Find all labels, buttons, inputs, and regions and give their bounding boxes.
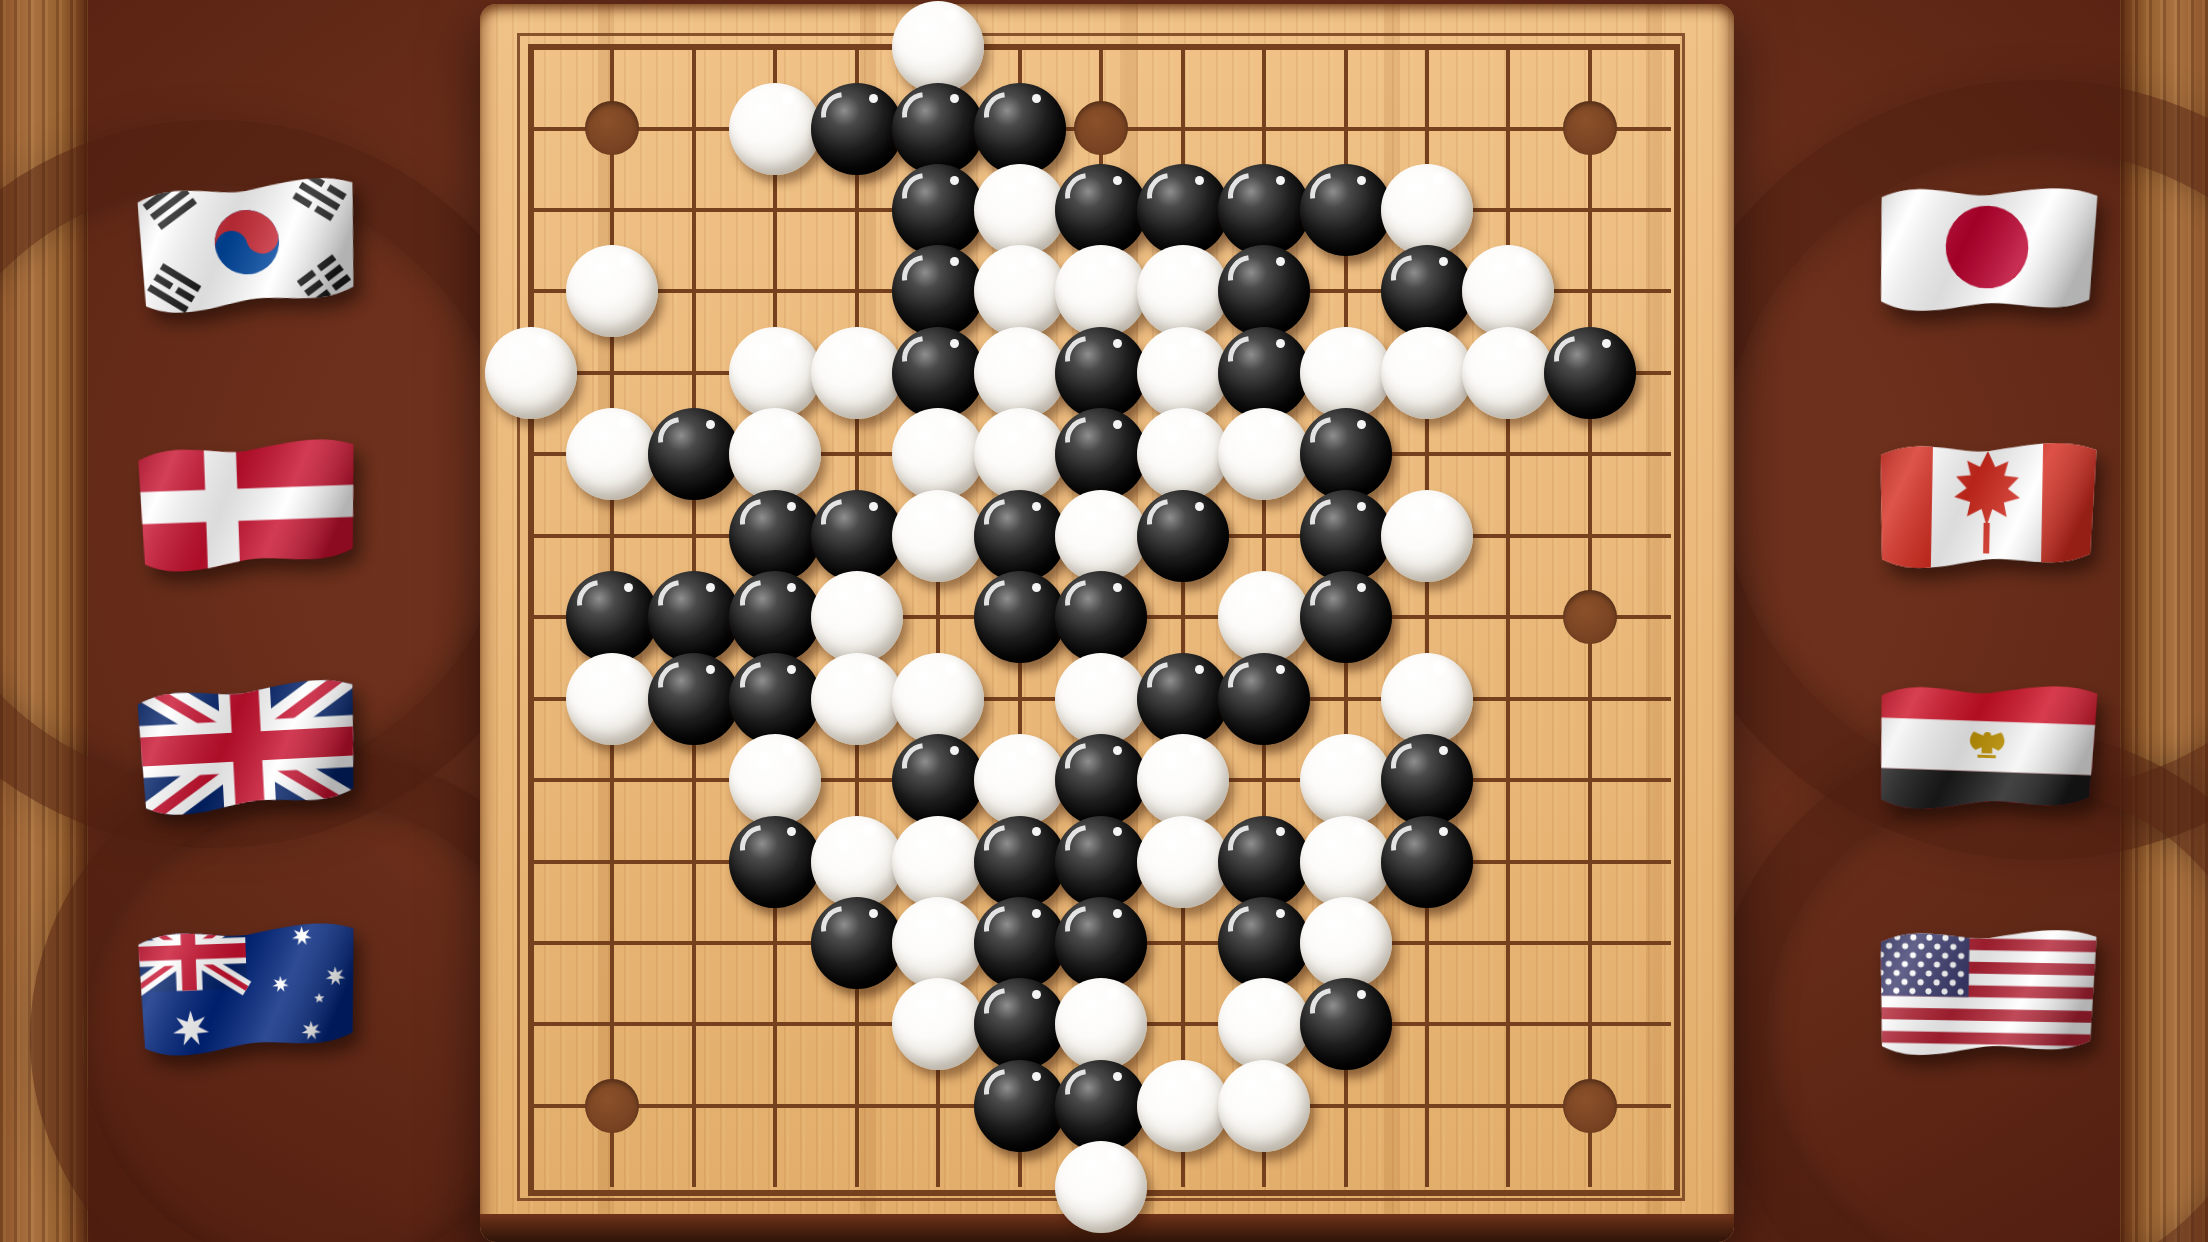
stone-white [1218, 1060, 1310, 1152]
star-point [1563, 101, 1617, 155]
stone-black [974, 978, 1066, 1070]
stone-white [892, 490, 984, 582]
stone-black [1544, 327, 1636, 419]
stone-black [974, 897, 1066, 989]
stone-black [974, 571, 1066, 663]
stone-black [892, 83, 984, 175]
stone-white [1137, 327, 1229, 419]
stone-white [1055, 978, 1147, 1070]
stone-black [729, 653, 821, 745]
stone-white [974, 245, 1066, 337]
stone-black [1218, 245, 1310, 337]
stone-white [974, 408, 1066, 500]
stone-black [1218, 164, 1310, 256]
stone-black [1055, 734, 1147, 826]
stone-black [1218, 327, 1310, 419]
stone-black [974, 816, 1066, 908]
stone-white [974, 327, 1066, 419]
stone-white [1137, 734, 1229, 826]
flag-egypt [1869, 666, 2104, 827]
stone-white [566, 653, 658, 745]
stone-white [1137, 816, 1229, 908]
stone-white [811, 327, 903, 419]
stone-black [1218, 816, 1310, 908]
stone-black [1055, 164, 1147, 256]
stone-white [1300, 327, 1392, 419]
stone-black [1137, 653, 1229, 745]
stone-black [1300, 408, 1392, 500]
stone-white [811, 571, 903, 663]
stone-white [1300, 734, 1392, 826]
stone-white [1300, 897, 1392, 989]
stone-black [1055, 1060, 1147, 1152]
star-point [1563, 1079, 1617, 1133]
stone-white [811, 816, 903, 908]
stone-white [1218, 408, 1310, 500]
stone-black [1055, 327, 1147, 419]
stone-black [811, 490, 903, 582]
stone-white [811, 653, 903, 745]
stone-white [1381, 653, 1473, 745]
stone-white [1462, 327, 1554, 419]
stone-white [892, 816, 984, 908]
stone-white [1381, 164, 1473, 256]
star-point [1563, 590, 1617, 644]
stone-white [729, 83, 821, 175]
stone-white [974, 164, 1066, 256]
stone-white [1300, 816, 1392, 908]
stone-black [648, 571, 740, 663]
stone-black [729, 571, 821, 663]
stone-white [1137, 1060, 1229, 1152]
stone-black [1137, 490, 1229, 582]
stone-black [1300, 571, 1392, 663]
flag-united-states [1871, 913, 2104, 1070]
stone-black [1055, 408, 1147, 500]
stone-black [1381, 816, 1473, 908]
stone-white [1055, 490, 1147, 582]
stone-black [892, 164, 984, 256]
stone-white [974, 734, 1066, 826]
flag-canada [1871, 426, 2104, 583]
stone-black [729, 816, 821, 908]
stone-black [892, 734, 984, 826]
stone-white [892, 653, 984, 745]
stone-black [648, 408, 740, 500]
stone-black [1300, 490, 1392, 582]
stone-black [729, 490, 821, 582]
stone-white [1055, 1141, 1147, 1233]
flag-denmark [129, 424, 364, 585]
stone-white [892, 897, 984, 989]
flag-south-korea [128, 162, 366, 327]
stone-black [1055, 897, 1147, 989]
stone-white [1137, 245, 1229, 337]
stone-black [1300, 164, 1392, 256]
stone-black [1300, 978, 1392, 1070]
stone-black [1218, 897, 1310, 989]
star-point [585, 1079, 639, 1133]
stone-black [1218, 653, 1310, 745]
stone-black [1381, 245, 1473, 337]
stone-white [1218, 571, 1310, 663]
stone-black [974, 1060, 1066, 1152]
stone-white [729, 327, 821, 419]
stone-white [1137, 408, 1229, 500]
stone-white [892, 1, 984, 93]
stone-white [1218, 978, 1310, 1070]
stone-black [892, 327, 984, 419]
stone-black [974, 83, 1066, 175]
go-board[interactable] [480, 4, 1734, 1242]
stone-white [1055, 245, 1147, 337]
stone-black [974, 490, 1066, 582]
stone-white [729, 734, 821, 826]
stone-white [1055, 653, 1147, 745]
grid-line-vertical [1506, 47, 1510, 1187]
flag-australia [129, 908, 364, 1069]
stone-white [1381, 490, 1473, 582]
stone-black [1055, 571, 1147, 663]
flag-japan [1869, 168, 2104, 329]
stone-black [811, 83, 903, 175]
stone-white [892, 408, 984, 500]
flag-united-kingdom [128, 664, 366, 829]
stone-black [811, 897, 903, 989]
stone-white [485, 327, 577, 419]
stone-white [1381, 327, 1473, 419]
stone-black [566, 571, 658, 663]
stone-black [1055, 816, 1147, 908]
stone-black [648, 653, 740, 745]
stone-black [1381, 734, 1473, 826]
gomoku-game-screen: { "game": { "name": "Gomoku (Five in a R… [0, 0, 2208, 1242]
stone-black [1137, 164, 1229, 256]
